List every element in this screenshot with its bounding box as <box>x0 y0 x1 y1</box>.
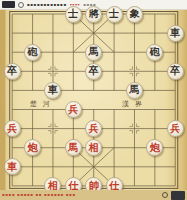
topbar-micro-text: ▪▪▪▪▪▪▪▪▪▪▪▪ <box>27 3 67 7</box>
black-piece[interactable]: 士 <box>106 6 123 23</box>
red-piece[interactable]: 兵 <box>167 120 184 137</box>
black-piece[interactable]: 車 <box>167 25 184 42</box>
xiangqi-board[interactable]: 楚河 漢界 士將士象車砲馬砲卒卒卒車馬兵兵兵兵炮馬相炮車相仕帥仕 <box>0 10 187 190</box>
black-piece[interactable]: 象 <box>126 6 143 23</box>
black-piece[interactable]: 卒 <box>85 63 102 80</box>
board-grid <box>0 10 187 190</box>
red-piece[interactable]: 兵 <box>65 101 82 118</box>
camera-circle-icon <box>18 2 24 8</box>
river-label-left: 楚河 <box>30 99 56 109</box>
red-piece[interactable]: 馬 <box>65 139 82 156</box>
black-piece[interactable]: 馬 <box>85 44 102 61</box>
black-piece[interactable]: 砲 <box>24 44 41 61</box>
seal-circle-icon <box>162 192 168 198</box>
black-piece[interactable]: 卒 <box>4 63 21 80</box>
bottom-right-logo <box>171 191 185 200</box>
river-label-right: 漢界 <box>122 99 148 109</box>
red-piece[interactable]: 兵 <box>4 120 21 137</box>
app-logo-icon <box>2 1 15 8</box>
xiangqi-screenshot: ▪▪▪▪▪▪▪▪▪▪▪▪ ▾▾▾▾ ▪▪▪▪ 楚河 漢界 士將士象車砲馬砲卒卒卒… <box>0 0 187 200</box>
black-piece[interactable]: 砲 <box>146 44 163 61</box>
black-piece[interactable]: 卒 <box>167 63 184 80</box>
black-piece[interactable]: 將 <box>85 6 102 23</box>
black-piece[interactable]: 馬 <box>126 82 143 99</box>
red-piece[interactable]: 車 <box>4 158 21 175</box>
bottom-caption-text: ▪▪▪▪ ▪▪▪▪▪ ▪▪ ▪▪▪▪▪▪ ▪▪▪ <box>2 193 76 197</box>
bottom-caption-bar: ▪▪▪▪ ▪▪▪▪▪ ▪▪ ▪▪▪▪▪▪ ▪▪▪ <box>0 190 187 200</box>
black-piece[interactable]: 士 <box>65 6 82 23</box>
